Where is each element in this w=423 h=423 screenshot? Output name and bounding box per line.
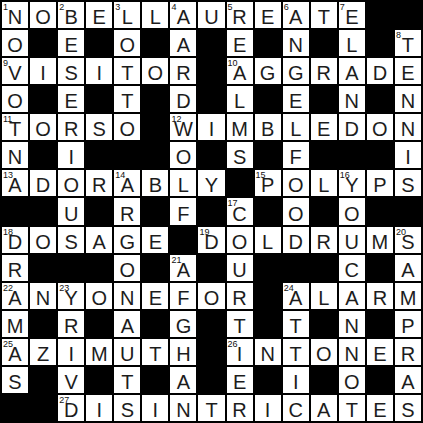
cell-r1c1[interactable]: 1N	[2, 2, 28, 28]
cell-r3c10[interactable]: G	[255, 58, 281, 84]
cell-r9c2[interactable]: O	[30, 227, 56, 253]
cell-r7c1[interactable]: 13A	[2, 170, 28, 196]
cell-r1c10[interactable]: E	[255, 2, 281, 28]
cell-r14c1[interactable]: S	[2, 367, 28, 393]
cell-letter: R	[58, 316, 84, 337]
cell-letter: L	[311, 288, 337, 309]
cell-letter: I	[198, 119, 224, 140]
cell-r6c12-block	[311, 142, 337, 168]
cell-r5c4[interactable]: S	[86, 114, 112, 140]
cell-r15c5[interactable]: S	[114, 395, 140, 421]
cell-r15c10[interactable]: I	[255, 395, 281, 421]
cell-r11c11[interactable]: 24A	[283, 283, 309, 309]
cell-letter: T	[198, 400, 224, 421]
cell-r4c5[interactable]: T	[114, 86, 140, 112]
cell-r7c13[interactable]: 16Y	[339, 170, 365, 196]
cell-r2c2-block	[30, 30, 56, 56]
cell-letter: M	[86, 344, 112, 365]
cell-r5c5[interactable]: O	[114, 114, 140, 140]
cell-r11c7[interactable]: F	[170, 283, 196, 309]
cell-r6c7[interactable]: O	[170, 142, 196, 168]
cell-letter: Z	[30, 344, 56, 365]
cell-r3c12[interactable]: R	[311, 58, 337, 84]
cell-r11c3[interactable]: 23Y	[58, 283, 84, 309]
cell-r3c9[interactable]: 10A	[227, 58, 253, 84]
cell-r2c14-block	[367, 30, 393, 56]
cell-letter: S	[58, 63, 84, 84]
cell-r9c9[interactable]: O	[227, 227, 253, 253]
cell-r12c13[interactable]: N	[339, 311, 365, 337]
cell-r6c13-block	[339, 142, 365, 168]
cell-letter: A	[283, 288, 309, 309]
cell-letter: A	[311, 400, 337, 421]
cell-r2c1[interactable]: O	[2, 30, 28, 56]
cell-r10c3-block	[58, 255, 84, 281]
cell-letter: R	[2, 260, 28, 281]
cell-letter: M	[367, 232, 393, 253]
cell-letter: O	[114, 35, 140, 56]
cell-r12c9[interactable]: T	[227, 311, 253, 337]
cell-r15c12[interactable]: A	[311, 395, 337, 421]
cell-r9c11[interactable]: D	[283, 227, 309, 253]
cell-r12c12-block	[311, 311, 337, 337]
cell-r7c11[interactable]: O	[283, 170, 309, 196]
cell-r15c13[interactable]: T	[339, 395, 365, 421]
cell-letter: S	[395, 175, 421, 196]
cell-letter: R	[367, 288, 393, 309]
cell-r4c11[interactable]: E	[283, 86, 309, 112]
cell-letter: A	[114, 175, 140, 196]
cell-r13c10[interactable]: N	[255, 339, 281, 365]
cell-letter: O	[30, 7, 56, 28]
cell-r15c2-block	[30, 395, 56, 421]
cell-r2c4-block	[86, 30, 112, 56]
cell-r11c13[interactable]: A	[339, 283, 365, 309]
cell-r3c5[interactable]: T	[114, 58, 140, 84]
cell-r11c5[interactable]: N	[114, 283, 140, 309]
cell-r1c13[interactable]: 7E	[339, 2, 365, 28]
cell-r3c4[interactable]: I	[86, 58, 112, 84]
cell-letter: L	[339, 35, 365, 56]
cell-letter: T	[114, 372, 140, 393]
cell-r11c2[interactable]: N	[30, 283, 56, 309]
cell-r14c7[interactable]: A	[170, 367, 196, 393]
cell-r10c11-block	[283, 255, 309, 281]
cell-r1c9[interactable]: 5R	[227, 2, 253, 28]
cell-letter: R	[86, 175, 112, 196]
cell-r13c11[interactable]: T	[283, 339, 309, 365]
cell-r12c10-block	[255, 311, 281, 337]
cell-letter: N	[395, 119, 421, 140]
cell-r8c15-block	[395, 198, 421, 224]
cell-r4c2-block	[30, 86, 56, 112]
cell-r13c2[interactable]: Z	[30, 339, 56, 365]
cell-r5c9[interactable]: M	[227, 114, 253, 140]
cell-letter: O	[198, 288, 224, 309]
cell-r6c11[interactable]: F	[283, 142, 309, 168]
cell-r1c14-block	[367, 2, 393, 28]
cell-r6c6-block	[142, 142, 168, 168]
cell-r12c5[interactable]: A	[114, 311, 140, 337]
cell-r9c10[interactable]: L	[255, 227, 281, 253]
cell-letter: I	[395, 147, 421, 168]
cell-letter: L	[114, 7, 140, 28]
cell-r3c1[interactable]: 9V	[2, 58, 28, 84]
cell-r12c1[interactable]: M	[2, 311, 28, 337]
cell-r4c9[interactable]: L	[227, 86, 253, 112]
cell-r14c4-block	[86, 367, 112, 393]
cell-letter: O	[30, 232, 56, 253]
cell-r6c2-block	[30, 142, 56, 168]
cell-r5c15[interactable]: N	[395, 114, 421, 140]
cell-r10c14-block	[367, 255, 393, 281]
cell-letter: O	[339, 372, 365, 393]
cell-letter: E	[339, 7, 365, 28]
cell-letter: Y	[339, 175, 365, 196]
cell-r11c9[interactable]: R	[227, 283, 253, 309]
cell-r13c5[interactable]: U	[114, 339, 140, 365]
cell-letter: U	[114, 344, 140, 365]
cell-r6c9[interactable]: S	[227, 142, 253, 168]
cell-r15c6[interactable]: I	[142, 395, 168, 421]
cell-r1c4[interactable]: E	[86, 2, 112, 28]
cell-r15c14[interactable]: E	[367, 395, 393, 421]
cell-letter: R	[395, 344, 421, 365]
cell-r11c14[interactable]: R	[367, 283, 393, 309]
cell-r2c15[interactable]: 8T	[395, 30, 421, 56]
cell-r2c3[interactable]: E	[58, 30, 84, 56]
cell-r8c14-block	[367, 198, 393, 224]
cell-letter: O	[142, 63, 168, 84]
cell-letter: A	[170, 372, 196, 393]
cell-letter: G	[170, 316, 196, 337]
cell-letter: E	[255, 7, 281, 28]
cell-r4c13[interactable]: N	[339, 86, 365, 112]
cell-r7c4[interactable]: R	[86, 170, 112, 196]
cell-r5c11[interactable]: L	[283, 114, 309, 140]
cell-r4c7[interactable]: D	[170, 86, 196, 112]
cell-letter: R	[311, 63, 337, 84]
cell-letter: A	[395, 372, 421, 393]
cell-r11c15[interactable]: M	[395, 283, 421, 309]
cell-r2c13[interactable]: L	[339, 30, 365, 56]
cell-letter: A	[2, 288, 28, 309]
cell-r7c10[interactable]: 15P	[255, 170, 281, 196]
cell-r5c7[interactable]: 12W	[170, 114, 196, 140]
cell-r9c5[interactable]: G	[114, 227, 140, 253]
cell-letter: T	[283, 344, 309, 365]
cell-r7c14[interactable]: P	[367, 170, 393, 196]
cell-letter: T	[114, 63, 140, 84]
cell-r8c7[interactable]: F	[170, 198, 196, 224]
cell-r11c4[interactable]: O	[86, 283, 112, 309]
cell-r7c2[interactable]: D	[30, 170, 56, 196]
cell-letter: O	[2, 35, 28, 56]
cell-r8c5[interactable]: R	[114, 198, 140, 224]
cell-r2c5[interactable]: O	[114, 30, 140, 56]
cell-letter: L	[170, 175, 196, 196]
cell-r10c15[interactable]: A	[395, 255, 421, 281]
cell-letter: D	[2, 232, 28, 253]
cell-r7c7[interactable]: L	[170, 170, 196, 196]
cell-r8c13[interactable]: O	[339, 198, 365, 224]
cell-r11c1[interactable]: 22A	[2, 283, 28, 309]
cell-r15c8[interactable]: T	[198, 395, 224, 421]
cell-r4c15[interactable]: N	[395, 86, 421, 112]
cell-r8c3[interactable]: U	[58, 198, 84, 224]
cell-letter: O	[339, 204, 365, 225]
cell-r10c5[interactable]: O	[114, 255, 140, 281]
cell-letter: D	[339, 119, 365, 140]
cell-letter: A	[170, 7, 196, 28]
cell-r9c12[interactable]: R	[311, 227, 337, 253]
cell-r10c6-block	[142, 255, 168, 281]
cell-r3c7[interactable]: R	[170, 58, 196, 84]
cell-r1c3[interactable]: 2B	[58, 2, 84, 28]
cell-r12c11[interactable]: T	[283, 311, 309, 337]
cell-r15c15[interactable]: S	[395, 395, 421, 421]
cell-r13c1[interactable]: 25A	[2, 339, 28, 365]
cell-r14c3[interactable]: V	[58, 367, 84, 393]
cell-r9c13[interactable]: U	[339, 227, 365, 253]
cell-r12c3[interactable]: R	[58, 311, 84, 337]
cell-r15c1-block	[2, 395, 28, 421]
cell-r3c6[interactable]: O	[142, 58, 168, 84]
cell-r5c1[interactable]: 11T	[2, 114, 28, 140]
cell-letter: O	[170, 147, 196, 168]
cell-r14c11[interactable]: I	[283, 367, 309, 393]
cell-r7c8[interactable]: Y	[198, 170, 224, 196]
cell-letter: D	[367, 63, 393, 84]
cell-letter: R	[170, 63, 196, 84]
cell-r11c10-block	[255, 283, 281, 309]
cell-r2c9[interactable]: E	[227, 30, 253, 56]
cell-letter: G	[114, 232, 140, 253]
cell-r12c7[interactable]: G	[170, 311, 196, 337]
cell-r3c3[interactable]: S	[58, 58, 84, 84]
cell-r5c10[interactable]: B	[255, 114, 281, 140]
cell-letter: T	[395, 35, 421, 56]
cell-letter: N	[2, 7, 28, 28]
cell-r3c15[interactable]: E	[395, 58, 421, 84]
cell-letter: E	[395, 63, 421, 84]
cell-r13c6[interactable]: T	[142, 339, 168, 365]
cell-r13c14[interactable]: E	[367, 339, 393, 365]
cell-r5c14[interactable]: O	[367, 114, 393, 140]
cell-letter: L	[255, 232, 281, 253]
cell-letter: N	[170, 400, 196, 421]
cell-r4c8-block	[198, 86, 224, 112]
cell-letter: T	[114, 91, 140, 112]
cell-letter: S	[114, 400, 140, 421]
cell-letter: I	[86, 400, 112, 421]
cell-r7c3[interactable]: O	[58, 170, 84, 196]
cell-r15c9[interactable]: R	[227, 395, 253, 421]
cell-r15c7[interactable]: N	[170, 395, 196, 421]
cell-r8c9[interactable]: 17C	[227, 198, 253, 224]
cell-r4c1[interactable]: O	[2, 86, 28, 112]
cell-r8c1-block	[2, 198, 28, 224]
cell-r13c12[interactable]: O	[311, 339, 337, 365]
cell-letter: I	[86, 63, 112, 84]
cell-r3c8-block	[198, 58, 224, 84]
cell-letter: T	[142, 344, 168, 365]
cell-letter: M	[395, 288, 421, 309]
cell-r7c15[interactable]: S	[395, 170, 421, 196]
cell-letter: T	[311, 7, 337, 28]
cell-r6c15[interactable]: I	[395, 142, 421, 168]
cell-letter: D	[283, 232, 309, 253]
cell-letter: I	[30, 63, 56, 84]
cell-letter: O	[367, 119, 393, 140]
cell-letter: R	[114, 204, 140, 225]
cell-letter: T	[339, 400, 365, 421]
cell-r9c15[interactable]: 20S	[395, 227, 421, 253]
cell-r6c3[interactable]: I	[58, 142, 84, 168]
cell-letter: N	[255, 344, 281, 365]
cell-letter: E	[86, 7, 112, 28]
cell-r13c4[interactable]: M	[86, 339, 112, 365]
cell-letter: N	[339, 91, 365, 112]
cell-letter: N	[339, 316, 365, 337]
cell-r12c8-block	[198, 311, 224, 337]
cell-letter: E	[367, 344, 393, 365]
cell-r1c8[interactable]: U	[198, 2, 224, 28]
cell-r14c8-block	[198, 367, 224, 393]
cell-r14c5[interactable]: T	[114, 367, 140, 393]
cell-r12c2-block	[30, 311, 56, 337]
cell-r8c8-block	[198, 198, 224, 224]
cell-r10c7[interactable]: 21A	[170, 255, 196, 281]
cell-r7c9-block	[227, 170, 253, 196]
cell-r9c3[interactable]: S	[58, 227, 84, 253]
cell-letter: A	[86, 232, 112, 253]
cell-r15c11[interactable]: C	[283, 395, 309, 421]
cell-letter: U	[339, 232, 365, 253]
cell-r9c4[interactable]: A	[86, 227, 112, 253]
cell-r8c11[interactable]: O	[283, 198, 309, 224]
cell-r12c4-block	[86, 311, 112, 337]
cell-r5c13[interactable]: D	[339, 114, 365, 140]
cell-r14c15[interactable]: A	[395, 367, 421, 393]
cell-r13c8-block	[198, 339, 224, 365]
cell-letter: N	[283, 35, 309, 56]
cell-letter: D	[198, 232, 224, 253]
cell-r11c8[interactable]: O	[198, 283, 224, 309]
cell-r15c4[interactable]: I	[86, 395, 112, 421]
cell-letter: U	[227, 260, 253, 281]
cell-r8c12-block	[311, 198, 337, 224]
cell-r1c6[interactable]: L	[142, 2, 168, 28]
cell-letter: T	[2, 119, 28, 140]
cell-r4c3[interactable]: E	[58, 86, 84, 112]
cell-r3c14[interactable]: D	[367, 58, 393, 84]
cell-letter: O	[58, 175, 84, 196]
cell-r4c6-block	[142, 86, 168, 112]
cell-letter: D	[30, 175, 56, 196]
cell-r7c5[interactable]: 14A	[114, 170, 140, 196]
cell-r2c7[interactable]: A	[170, 30, 196, 56]
cell-r6c1[interactable]: N	[2, 142, 28, 168]
cell-letter: O	[2, 91, 28, 112]
cell-r3c2[interactable]: I	[30, 58, 56, 84]
cell-r11c6[interactable]: E	[142, 283, 168, 309]
cell-r4c12-block	[311, 86, 337, 112]
cell-r1c7[interactable]: 4A	[170, 2, 196, 28]
cell-letter: F	[283, 147, 309, 168]
cell-letter: O	[283, 204, 309, 225]
cell-r6c8-block	[198, 142, 224, 168]
cell-r5c3[interactable]: R	[58, 114, 84, 140]
cell-r14c10-block	[255, 367, 281, 393]
cell-r5c12[interactable]: E	[311, 114, 337, 140]
cell-r1c12[interactable]: T	[311, 2, 337, 28]
cell-r13c9[interactable]: 26I	[227, 339, 253, 365]
cell-letter: O	[86, 288, 112, 309]
cell-r12c6-block	[142, 311, 168, 337]
cell-r1c2[interactable]: O	[30, 2, 56, 28]
cell-letter: P	[255, 175, 281, 196]
cell-letter: I	[142, 400, 168, 421]
cell-letter: R	[227, 400, 253, 421]
cell-r6c10-block	[255, 142, 281, 168]
cell-r13c15[interactable]: R	[395, 339, 421, 365]
cell-r6c14-block	[367, 142, 393, 168]
cell-r13c7[interactable]: H	[170, 339, 196, 365]
cell-r14c9[interactable]: E	[227, 367, 253, 393]
cell-letter: E	[227, 35, 253, 56]
cell-letter: C	[283, 400, 309, 421]
cell-r9c6[interactable]: E	[142, 227, 168, 253]
cell-r12c15[interactable]: P	[395, 311, 421, 337]
cell-letter: N	[395, 91, 421, 112]
cell-r15c3[interactable]: 27D	[58, 395, 84, 421]
cell-r7c12[interactable]: L	[311, 170, 337, 196]
cell-r1c11[interactable]: 6A	[283, 2, 309, 28]
cell-letter: E	[367, 400, 393, 421]
cell-r10c13[interactable]: C	[339, 255, 365, 281]
cell-r9c8[interactable]: 19D	[198, 227, 224, 253]
cell-r14c12-block	[311, 367, 337, 393]
cell-letter: A	[2, 175, 28, 196]
cell-letter: T	[283, 316, 309, 337]
cell-letter: R	[227, 288, 253, 309]
cell-r3c13[interactable]: A	[339, 58, 365, 84]
cell-r10c1[interactable]: R	[2, 255, 28, 281]
cell-letter: S	[395, 232, 421, 253]
cell-r14c13[interactable]: O	[339, 367, 365, 393]
cell-r5c2[interactable]: O	[30, 114, 56, 140]
cell-r11c12[interactable]: L	[311, 283, 337, 309]
cell-r2c11[interactable]: N	[283, 30, 309, 56]
cell-r1c5[interactable]: 3L	[114, 2, 140, 28]
cell-letter: L	[142, 7, 168, 28]
cell-r13c3[interactable]: I	[58, 339, 84, 365]
cell-r10c9[interactable]: U	[227, 255, 253, 281]
cell-letter: P	[395, 316, 421, 337]
cell-r9c1[interactable]: 18D	[2, 227, 28, 253]
cell-letter: S	[2, 372, 28, 393]
cell-r9c14[interactable]: M	[367, 227, 393, 253]
cell-r3c11[interactable]: G	[283, 58, 309, 84]
cell-r10c2-block	[30, 255, 56, 281]
cell-r14c6-block	[142, 367, 168, 393]
cell-r6c5-block	[114, 142, 140, 168]
cell-r7c6[interactable]: B	[142, 170, 168, 196]
cell-r13c13[interactable]: N	[339, 339, 365, 365]
cell-r5c8[interactable]: I	[198, 114, 224, 140]
cell-letter: E	[142, 232, 168, 253]
